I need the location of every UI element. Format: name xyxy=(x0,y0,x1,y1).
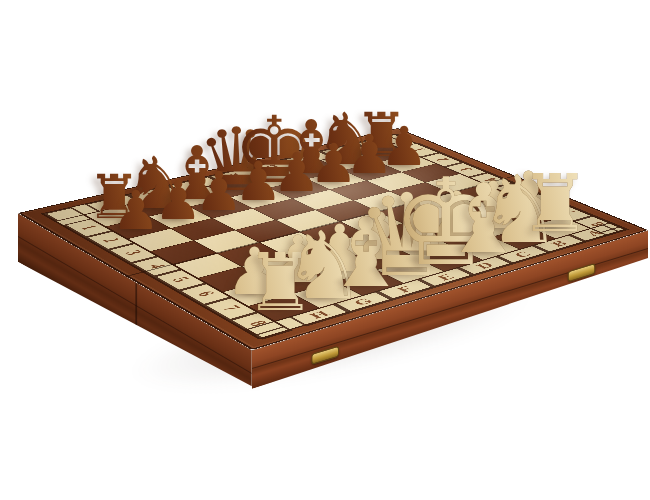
coord-label-text: 1 xyxy=(75,224,101,232)
coord-label-text: 6 xyxy=(191,289,219,298)
coord-label-text: 7 xyxy=(217,304,245,314)
chess-set-product-photo: HGFEDCBAHGFEDCBA1234567812345678 ♜♞♝♛♚♝♞… xyxy=(0,0,650,500)
corner-cell-0 xyxy=(44,207,86,221)
coord-label-text: 3 xyxy=(119,249,146,257)
fold-seam-side xyxy=(135,282,137,331)
coord-label-text: 5 xyxy=(166,275,194,284)
coord-label-text: 2 xyxy=(97,236,124,244)
